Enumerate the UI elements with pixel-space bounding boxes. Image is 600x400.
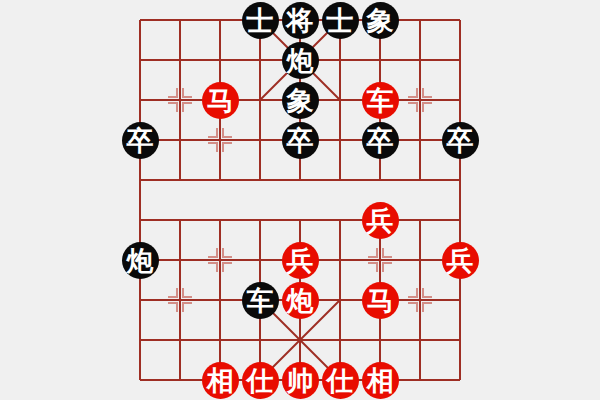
- star-point-marker: [423, 303, 432, 312]
- star-point-marker: [183, 303, 192, 312]
- piece-black-elephant[interactable]: 象: [282, 82, 319, 119]
- star-point-marker: [368, 248, 377, 257]
- piece-black-cannon[interactable]: 炮: [282, 42, 319, 79]
- star-point-marker: [423, 88, 432, 97]
- piece-black-general[interactable]: 将: [282, 2, 319, 39]
- star-point-marker: [408, 88, 417, 97]
- piece-black-soldier[interactable]: 卒: [442, 122, 479, 159]
- piece-red-soldier[interactable]: 兵: [442, 242, 479, 279]
- star-point-marker: [223, 143, 232, 152]
- star-point-marker: [408, 288, 417, 297]
- piece-black-soldier[interactable]: 卒: [122, 122, 159, 159]
- piece-black-cannon[interactable]: 炮: [122, 242, 159, 279]
- piece-red-soldier[interactable]: 兵: [362, 202, 399, 239]
- star-point-marker: [208, 263, 217, 272]
- piece-red-elephant[interactable]: 相: [202, 362, 239, 399]
- star-point-marker: [168, 288, 177, 297]
- star-point-marker: [168, 303, 177, 312]
- piece-black-advisor[interactable]: 士: [322, 2, 359, 39]
- star-point-marker: [408, 103, 417, 112]
- piece-red-horse[interactable]: 马: [362, 282, 399, 319]
- star-point-marker: [183, 103, 192, 112]
- star-point-marker: [408, 303, 417, 312]
- piece-red-chariot[interactable]: 车: [362, 82, 399, 119]
- piece-red-advisor[interactable]: 仕: [322, 362, 359, 399]
- star-point-marker: [368, 263, 377, 272]
- piece-red-horse[interactable]: 马: [202, 82, 239, 119]
- piece-black-elephant[interactable]: 象: [362, 2, 399, 39]
- star-point-marker: [208, 128, 217, 137]
- piece-black-soldier[interactable]: 卒: [362, 122, 399, 159]
- piece-red-elephant[interactable]: 相: [362, 362, 399, 399]
- star-point-marker: [223, 263, 232, 272]
- star-point-marker: [168, 88, 177, 97]
- star-point-marker: [183, 88, 192, 97]
- piece-black-soldier[interactable]: 卒: [282, 122, 319, 159]
- star-point-marker: [383, 263, 392, 272]
- star-point-marker: [168, 103, 177, 112]
- star-point-marker: [183, 288, 192, 297]
- piece-black-chariot[interactable]: 车: [242, 282, 279, 319]
- piece-red-cannon[interactable]: 炮: [282, 282, 319, 319]
- star-point-marker: [223, 248, 232, 257]
- piece-red-soldier[interactable]: 兵: [282, 242, 319, 279]
- star-point-marker: [223, 128, 232, 137]
- piece-red-general[interactable]: 帅: [282, 362, 319, 399]
- star-point-marker: [423, 288, 432, 297]
- xiangqi-board[interactable]: 士将士象炮马象车卒卒卒卒兵炮兵兵车炮马相仕帅仕相: [0, 0, 600, 400]
- star-point-marker: [423, 103, 432, 112]
- star-point-marker: [208, 248, 217, 257]
- piece-red-advisor[interactable]: 仕: [242, 362, 279, 399]
- piece-black-advisor[interactable]: 士: [242, 2, 279, 39]
- star-point-marker: [383, 248, 392, 257]
- star-point-marker: [208, 143, 217, 152]
